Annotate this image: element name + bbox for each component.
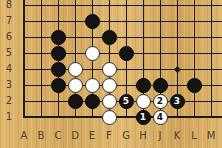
- intersection-A6[interactable]: [15, 29, 32, 45]
- column-label-H: H: [135, 130, 151, 141]
- stone-black-C4[interactable]: [51, 62, 66, 77]
- intersection-C7[interactable]: [49, 13, 66, 29]
- intersection-F7[interactable]: [100, 13, 117, 29]
- stone-black-G5[interactable]: [119, 46, 134, 61]
- go-board: 51324 87654321 ABCDEFGHJKLM: [0, 0, 222, 148]
- intersection-G1[interactable]: [117, 109, 134, 125]
- move-number-label: 2: [157, 97, 163, 106]
- row-label-8: 8: [2, 0, 16, 12]
- stone-black-C6[interactable]: [51, 30, 66, 45]
- intersection-J6[interactable]: [151, 29, 168, 45]
- intersection-H6[interactable]: [134, 29, 151, 45]
- column-label-G: G: [118, 130, 134, 141]
- row-label-6: 6: [2, 30, 16, 44]
- intersection-A1[interactable]: [15, 109, 32, 125]
- stone-white-D3[interactable]: [68, 78, 83, 93]
- column-label-L: L: [186, 130, 202, 141]
- intersection-E6[interactable]: [83, 29, 100, 45]
- intersection-J8[interactable]: [151, 0, 168, 13]
- intersection-G6[interactable]: [117, 29, 134, 45]
- stone-black-E7[interactable]: [85, 14, 100, 29]
- intersection-L7[interactable]: [185, 13, 202, 29]
- intersection-L1[interactable]: [185, 109, 202, 125]
- intersection-M2[interactable]: [202, 93, 219, 109]
- stone-black-G2[interactable]: 5: [119, 94, 134, 109]
- stone-white-H2[interactable]: [136, 94, 151, 109]
- row-label-2: 2: [2, 94, 16, 108]
- stone-black-J3[interactable]: [153, 78, 168, 93]
- intersection-G8[interactable]: [117, 0, 134, 13]
- intersection-L6[interactable]: [185, 29, 202, 45]
- intersection-H7[interactable]: [134, 13, 151, 29]
- intersection-A5[interactable]: [15, 45, 32, 61]
- intersection-C1[interactable]: [49, 109, 66, 125]
- column-label-E: E: [84, 130, 100, 141]
- column-label-D: D: [67, 130, 83, 141]
- intersection-K7[interactable]: [168, 13, 185, 29]
- column-label-M: M: [203, 130, 219, 141]
- intersection-K5[interactable]: [168, 45, 185, 61]
- intersection-L8[interactable]: [185, 0, 202, 13]
- intersection-C2[interactable]: [49, 93, 66, 109]
- intersection-B6[interactable]: [32, 29, 49, 45]
- intersection-J5[interactable]: [151, 45, 168, 61]
- intersection-C8[interactable]: [49, 0, 66, 13]
- intersection-A7[interactable]: [15, 13, 32, 29]
- intersection-L4[interactable]: [185, 61, 202, 77]
- stone-white-E5[interactable]: [85, 46, 100, 61]
- row-label-7: 7: [2, 14, 16, 28]
- intersection-B3[interactable]: [32, 77, 49, 93]
- stone-white-F4[interactable]: [102, 62, 117, 77]
- stone-black-D2[interactable]: [68, 94, 83, 109]
- intersection-K6[interactable]: [168, 29, 185, 45]
- intersection-M5[interactable]: [202, 45, 219, 61]
- intersection-L5[interactable]: [185, 45, 202, 61]
- intersection-E1[interactable]: [83, 109, 100, 125]
- intersection-D6[interactable]: [66, 29, 83, 45]
- intersection-M4[interactable]: [202, 61, 219, 77]
- stone-white-F3[interactable]: [102, 78, 117, 93]
- stone-black-K2[interactable]: 3: [170, 94, 185, 109]
- intersection-M7[interactable]: [202, 13, 219, 29]
- intersection-D1[interactable]: [66, 109, 83, 125]
- intersection-J7[interactable]: [151, 13, 168, 29]
- intersection-J4[interactable]: [151, 61, 168, 77]
- stone-black-L3[interactable]: [187, 78, 202, 93]
- column-label-B: B: [33, 130, 49, 141]
- intersection-H4[interactable]: [134, 61, 151, 77]
- stone-black-F6[interactable]: [102, 30, 117, 45]
- intersection-D5[interactable]: [66, 45, 83, 61]
- intersection-A8[interactable]: [15, 0, 32, 13]
- intersection-F8[interactable]: [100, 0, 117, 13]
- stone-white-J2[interactable]: 2: [153, 94, 168, 109]
- intersection-H8[interactable]: [134, 0, 151, 13]
- intersection-L2[interactable]: [185, 93, 202, 109]
- intersection-E4[interactable]: [83, 61, 100, 77]
- intersection-G3[interactable]: [117, 77, 134, 93]
- intersection-A4[interactable]: [15, 61, 32, 77]
- intersection-K4[interactable]: [168, 61, 185, 77]
- intersection-E8[interactable]: [83, 0, 100, 13]
- intersections: [15, 0, 219, 125]
- stone-black-C5[interactable]: [51, 46, 66, 61]
- intersection-A3[interactable]: [15, 77, 32, 93]
- move-number-label: 3: [174, 97, 180, 106]
- intersection-M8[interactable]: [202, 0, 219, 13]
- intersection-F5[interactable]: [100, 45, 117, 61]
- column-label-J: J: [152, 130, 168, 141]
- intersection-K3[interactable]: [168, 77, 185, 93]
- move-number-label: 5: [123, 97, 129, 106]
- intersection-M3[interactable]: [202, 77, 219, 93]
- intersection-M6[interactable]: [202, 29, 219, 45]
- intersection-D7[interactable]: [66, 13, 83, 29]
- row-label-5: 5: [2, 46, 16, 60]
- stone-white-J1[interactable]: 4: [153, 110, 168, 125]
- column-label-C: C: [50, 130, 66, 141]
- intersection-H5[interactable]: [134, 45, 151, 61]
- stone-black-C3[interactable]: [51, 78, 66, 93]
- move-number-label: 1: [140, 113, 146, 122]
- intersection-K8[interactable]: [168, 0, 185, 13]
- intersection-B1[interactable]: [32, 109, 49, 125]
- intersection-G7[interactable]: [117, 13, 134, 29]
- intersection-B7[interactable]: [32, 13, 49, 29]
- row-label-1: 1: [2, 110, 16, 124]
- intersection-G4[interactable]: [117, 61, 134, 77]
- intersection-A2[interactable]: [15, 93, 32, 109]
- stone-white-D4[interactable]: [68, 62, 83, 77]
- move-number-label: 4: [157, 113, 163, 122]
- intersection-B5[interactable]: [32, 45, 49, 61]
- intersection-B4[interactable]: [32, 61, 49, 77]
- row-label-4: 4: [2, 62, 16, 76]
- column-label-A: A: [16, 130, 32, 141]
- intersection-K1[interactable]: [168, 109, 185, 125]
- intersection-D8[interactable]: [66, 0, 83, 13]
- column-label-K: K: [169, 130, 185, 141]
- stone-white-F2[interactable]: [102, 94, 117, 109]
- intersection-B2[interactable]: [32, 93, 49, 109]
- intersection-M1[interactable]: [202, 109, 219, 125]
- intersection-B8[interactable]: [32, 0, 49, 13]
- stone-black-E2[interactable]: [85, 94, 100, 109]
- column-label-F: F: [101, 130, 117, 141]
- stone-white-F1[interactable]: [102, 110, 117, 125]
- row-label-3: 3: [2, 78, 16, 92]
- stone-white-E3[interactable]: [85, 78, 100, 93]
- stone-black-H3[interactable]: [136, 78, 151, 93]
- stone-black-H1[interactable]: 1: [136, 110, 151, 125]
